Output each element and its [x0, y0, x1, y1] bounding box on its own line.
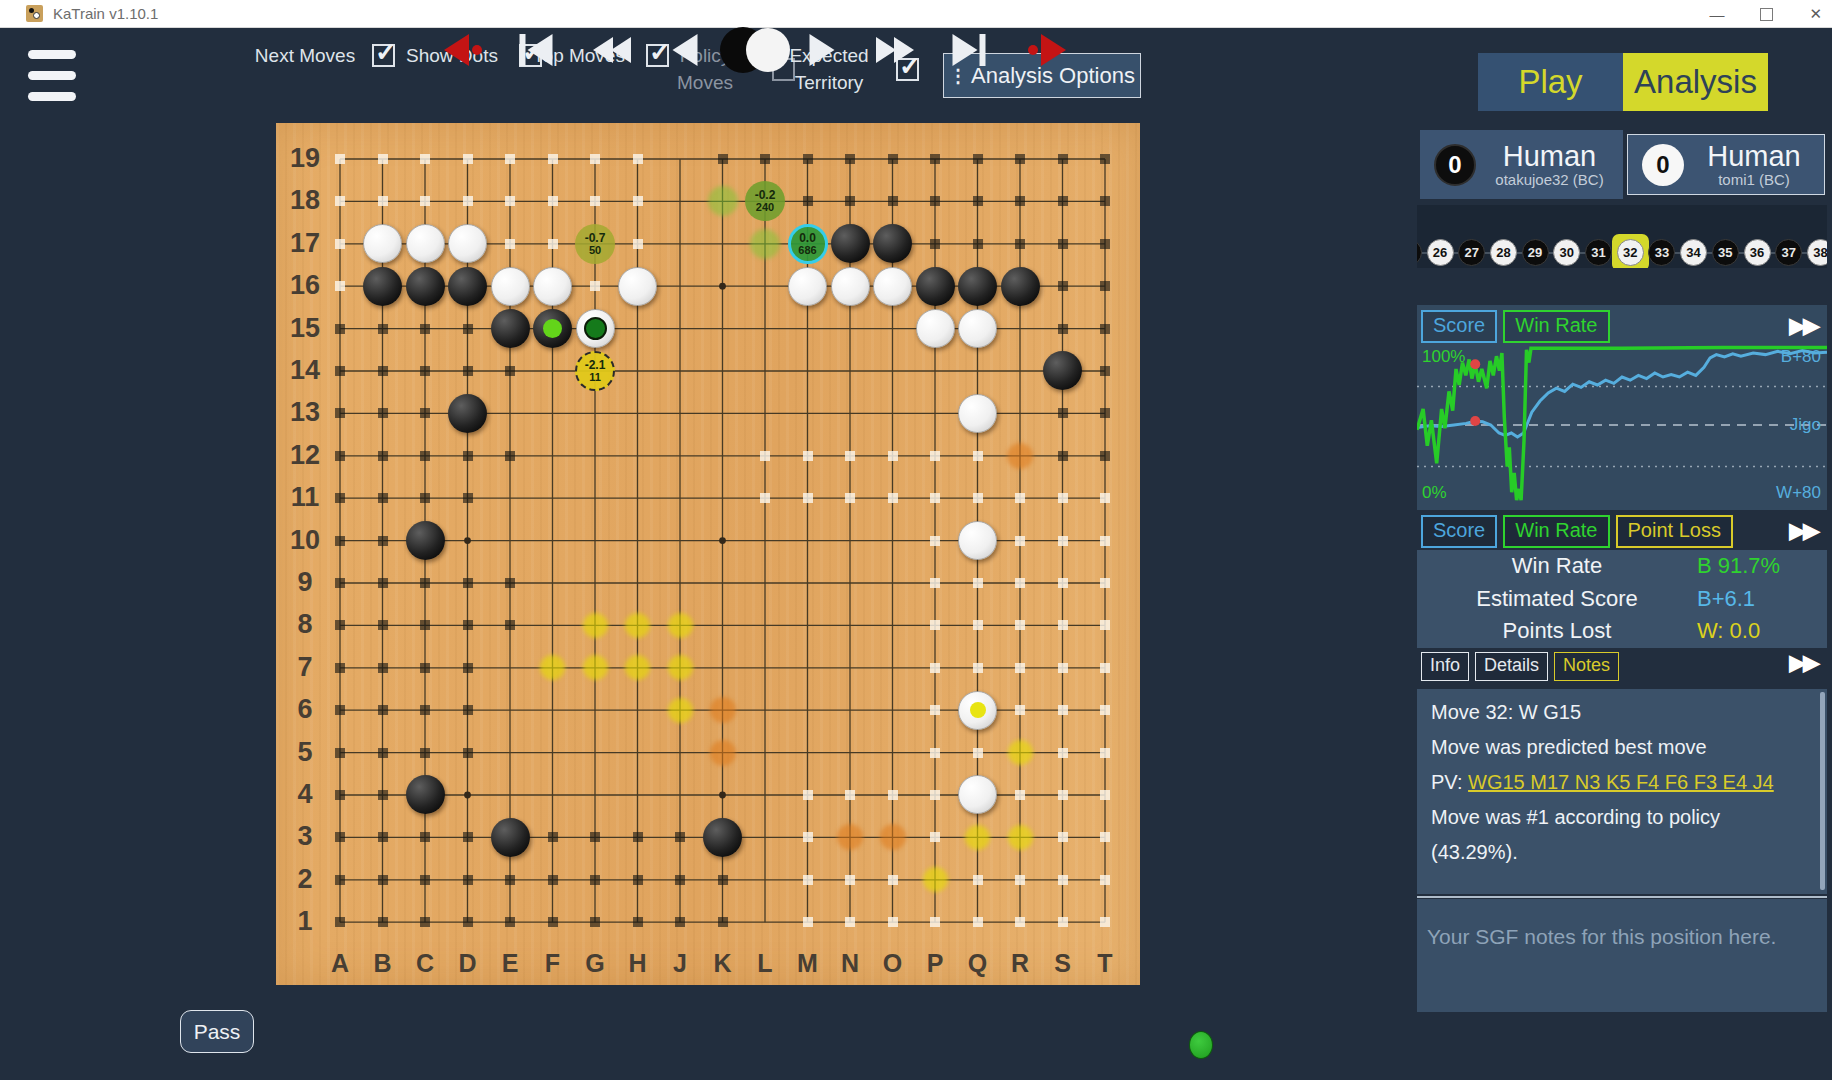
point-E14[interactable]	[489, 350, 532, 392]
point-S8[interactable]	[1041, 604, 1084, 646]
move-37-button[interactable]: 37	[1775, 239, 1802, 266]
point-A7[interactable]	[319, 647, 362, 689]
point-A8[interactable]	[319, 604, 362, 646]
point-P1[interactable]	[914, 901, 957, 943]
point-A1[interactable]	[319, 901, 362, 943]
point-R9[interactable]	[999, 562, 1042, 604]
move-33-button[interactable]: 33	[1648, 239, 1675, 266]
move-25-button[interactable]: 25	[1417, 239, 1422, 266]
point-P11[interactable]	[914, 477, 957, 519]
point-N11[interactable]	[829, 477, 872, 519]
point-G1[interactable]	[574, 901, 617, 943]
point-R4[interactable]	[999, 774, 1042, 816]
black-stone-D13[interactable]	[448, 394, 487, 433]
point-E18[interactable]	[489, 180, 532, 222]
point-N18[interactable]	[829, 180, 872, 222]
point-S4[interactable]	[1041, 774, 1084, 816]
move-26-button[interactable]: 26	[1427, 239, 1454, 266]
black-stone-S14[interactable]	[1043, 351, 1082, 390]
black-stone-O17[interactable]	[873, 224, 912, 263]
point-N12[interactable]	[829, 435, 872, 477]
point-A16[interactable]	[319, 265, 362, 307]
stats-tab-score[interactable]: Score	[1421, 515, 1497, 548]
point-L11[interactable]	[744, 477, 787, 519]
point-T8[interactable]	[1084, 604, 1127, 646]
black-stone-E3[interactable]	[491, 818, 530, 857]
point-D8[interactable]	[446, 604, 489, 646]
next-mistake-button[interactable]	[1028, 28, 1066, 72]
point-C12[interactable]	[404, 435, 447, 477]
point-C15[interactable]	[404, 307, 447, 349]
point-F1[interactable]	[531, 901, 574, 943]
point-L18[interactable]: -0.2240	[744, 180, 787, 222]
point-T10[interactable]	[1084, 519, 1127, 561]
point-K18[interactable]	[701, 180, 744, 222]
black-stone-C16[interactable]	[406, 267, 445, 306]
point-A3[interactable]	[319, 816, 362, 858]
point-H18[interactable]	[616, 180, 659, 222]
point-M11[interactable]	[786, 477, 829, 519]
point-D19[interactable]	[446, 138, 489, 180]
menu-button[interactable]	[28, 50, 76, 108]
point-O2[interactable]	[871, 859, 914, 901]
point-B12[interactable]	[361, 435, 404, 477]
point-T1[interactable]	[1084, 901, 1127, 943]
point-D1[interactable]	[446, 901, 489, 943]
point-A18[interactable]	[319, 180, 362, 222]
point-B2[interactable]	[361, 859, 404, 901]
point-Q13[interactable]	[956, 392, 999, 434]
point-P6[interactable]	[914, 689, 957, 731]
move-34-button[interactable]: 34	[1680, 239, 1707, 266]
point-B17[interactable]	[361, 223, 404, 265]
point-G16[interactable]	[574, 265, 617, 307]
point-T3[interactable]	[1084, 816, 1127, 858]
point-C18[interactable]	[404, 180, 447, 222]
close-icon[interactable]: ✕	[1809, 5, 1822, 23]
point-Q19[interactable]	[956, 138, 999, 180]
expand-graph-icon[interactable]: ▶▶	[1789, 313, 1817, 339]
candidate-move-G14[interactable]: -2.111	[575, 351, 615, 391]
point-D14[interactable]	[446, 350, 489, 392]
point-R5[interactable]	[999, 731, 1042, 773]
point-R6[interactable]	[999, 689, 1042, 731]
point-L12[interactable]	[744, 435, 787, 477]
point-T6[interactable]	[1084, 689, 1127, 731]
point-A10[interactable]	[319, 519, 362, 561]
point-P18[interactable]	[914, 180, 957, 222]
point-R16[interactable]	[999, 265, 1042, 307]
point-H2[interactable]	[616, 859, 659, 901]
point-O4[interactable]	[871, 774, 914, 816]
point-P5[interactable]	[914, 731, 957, 773]
white-stone-Q13[interactable]	[958, 394, 997, 433]
point-T4[interactable]	[1084, 774, 1127, 816]
stats-tab-winrate[interactable]: Win Rate	[1503, 515, 1609, 548]
candidate-move-G17[interactable]: -0.750	[575, 224, 615, 264]
point-Q2[interactable]	[956, 859, 999, 901]
point-H8[interactable]	[616, 604, 659, 646]
point-D18[interactable]	[446, 180, 489, 222]
point-G19[interactable]	[574, 138, 617, 180]
point-F15[interactable]	[531, 307, 574, 349]
player-card-white[interactable]: 0 Human tomi1 (BC)	[1627, 134, 1825, 195]
point-R1[interactable]	[999, 901, 1042, 943]
move-36-button[interactable]: 36	[1744, 239, 1771, 266]
tab-analysis[interactable]: Analysis	[1623, 53, 1768, 111]
point-P7[interactable]	[914, 647, 957, 689]
point-D5[interactable]	[446, 731, 489, 773]
move-31-button[interactable]: 31	[1585, 239, 1612, 266]
point-N3[interactable]	[829, 816, 872, 858]
point-O18[interactable]	[871, 180, 914, 222]
point-O1[interactable]	[871, 901, 914, 943]
point-S6[interactable]	[1041, 689, 1084, 731]
point-M16[interactable]	[786, 265, 829, 307]
point-A13[interactable]	[319, 392, 362, 434]
point-C19[interactable]	[404, 138, 447, 180]
black-stone-B16[interactable]	[363, 267, 402, 306]
point-J7[interactable]	[659, 647, 702, 689]
point-G7[interactable]	[574, 647, 617, 689]
point-L17[interactable]	[744, 223, 787, 265]
point-Q3[interactable]	[956, 816, 999, 858]
point-B13[interactable]	[361, 392, 404, 434]
point-C17[interactable]	[404, 223, 447, 265]
first-move-button[interactable]	[520, 28, 553, 72]
point-M2[interactable]	[786, 859, 829, 901]
point-F16[interactable]	[531, 265, 574, 307]
point-R17[interactable]	[999, 223, 1042, 265]
black-stone-K3[interactable]	[703, 818, 742, 857]
point-H7[interactable]	[616, 647, 659, 689]
point-H17[interactable]	[616, 223, 659, 265]
point-A5[interactable]	[319, 731, 362, 773]
point-E12[interactable]	[489, 435, 532, 477]
point-Q7[interactable]	[956, 647, 999, 689]
point-C8[interactable]	[404, 604, 447, 646]
point-A9[interactable]	[319, 562, 362, 604]
point-G2[interactable]	[574, 859, 617, 901]
point-N1[interactable]	[829, 901, 872, 943]
point-D15[interactable]	[446, 307, 489, 349]
point-N2[interactable]	[829, 859, 872, 901]
point-D3[interactable]	[446, 816, 489, 858]
point-Q8[interactable]	[956, 604, 999, 646]
point-R12[interactable]	[999, 435, 1042, 477]
white-stone-Q6[interactable]	[958, 691, 997, 730]
point-D17[interactable]	[446, 223, 489, 265]
black-stone-D16[interactable]	[448, 267, 487, 306]
point-Q1[interactable]	[956, 901, 999, 943]
point-T13[interactable]	[1084, 392, 1127, 434]
pass-button[interactable]: Pass	[180, 1010, 254, 1053]
move-27-button[interactable]: 27	[1458, 239, 1485, 266]
point-B1[interactable]	[361, 901, 404, 943]
checkbox-icon[interactable]	[372, 44, 395, 67]
point-R11[interactable]	[999, 477, 1042, 519]
point-A14[interactable]	[319, 350, 362, 392]
point-P3[interactable]	[914, 816, 957, 858]
info-tab-notes[interactable]: Notes	[1554, 652, 1619, 681]
white-stone-H16[interactable]	[618, 267, 657, 306]
point-C3[interactable]	[404, 816, 447, 858]
point-F19[interactable]	[531, 138, 574, 180]
white-stone-Q4[interactable]	[958, 775, 997, 814]
point-Q5[interactable]	[956, 731, 999, 773]
point-F18[interactable]	[531, 180, 574, 222]
point-B8[interactable]	[361, 604, 404, 646]
point-E3[interactable]	[489, 816, 532, 858]
point-J6[interactable]	[659, 689, 702, 731]
point-C5[interactable]	[404, 731, 447, 773]
point-F3[interactable]	[531, 816, 574, 858]
point-D2[interactable]	[446, 859, 489, 901]
black-stone-C10[interactable]	[406, 521, 445, 560]
point-Q11[interactable]	[956, 477, 999, 519]
point-M17[interactable]: 0.0686	[786, 223, 829, 265]
point-Q15[interactable]	[956, 307, 999, 349]
point-T19[interactable]	[1084, 138, 1127, 180]
point-R8[interactable]	[999, 604, 1042, 646]
white-stone-C17[interactable]	[406, 224, 445, 263]
point-C13[interactable]	[404, 392, 447, 434]
point-S11[interactable]	[1041, 477, 1084, 519]
black-stone-F15[interactable]	[533, 309, 572, 348]
white-stone-M16[interactable]	[788, 267, 827, 306]
go-board[interactable]: 19181716151413121110987654321ABCDEFGHJKL…	[276, 123, 1140, 985]
point-O12[interactable]	[871, 435, 914, 477]
point-J3[interactable]	[659, 816, 702, 858]
point-B7[interactable]	[361, 647, 404, 689]
point-R2[interactable]	[999, 859, 1042, 901]
point-K3[interactable]	[701, 816, 744, 858]
point-T18[interactable]	[1084, 180, 1127, 222]
point-G18[interactable]	[574, 180, 617, 222]
point-B18[interactable]	[361, 180, 404, 222]
point-T16[interactable]	[1084, 265, 1127, 307]
black-stone-N17[interactable]	[831, 224, 870, 263]
point-Q12[interactable]	[956, 435, 999, 477]
move-35-button[interactable]: 35	[1712, 239, 1739, 266]
white-stone-G15[interactable]	[576, 309, 615, 348]
candidate-move-L18[interactable]: -0.2240	[745, 181, 785, 221]
black-stone-C4[interactable]	[406, 775, 445, 814]
point-A17[interactable]	[319, 223, 362, 265]
fast-back-button[interactable]	[593, 28, 631, 72]
point-Q18[interactable]	[956, 180, 999, 222]
point-E15[interactable]	[489, 307, 532, 349]
point-M4[interactable]	[786, 774, 829, 816]
black-stone-R16[interactable]	[1001, 267, 1040, 306]
move-38-button[interactable]: 38	[1807, 239, 1827, 266]
point-P12[interactable]	[914, 435, 957, 477]
point-G14[interactable]: -2.111	[574, 350, 617, 392]
black-stone-P16[interactable]	[916, 267, 955, 306]
point-N19[interactable]	[829, 138, 872, 180]
point-R7[interactable]	[999, 647, 1042, 689]
point-T7[interactable]	[1084, 647, 1127, 689]
point-S3[interactable]	[1041, 816, 1084, 858]
point-D16[interactable]	[446, 265, 489, 307]
point-T5[interactable]	[1084, 731, 1127, 773]
point-A11[interactable]	[319, 477, 362, 519]
point-G15[interactable]	[574, 307, 617, 349]
tab-play[interactable]: Play	[1478, 53, 1623, 111]
point-A12[interactable]	[319, 435, 362, 477]
point-H16[interactable]	[616, 265, 659, 307]
white-stone-P15[interactable]	[916, 309, 955, 348]
point-S18[interactable]	[1041, 180, 1084, 222]
point-S7[interactable]	[1041, 647, 1084, 689]
white-stone-Q10[interactable]	[958, 521, 997, 560]
point-A4[interactable]	[319, 774, 362, 816]
point-L19[interactable]	[744, 138, 787, 180]
point-B11[interactable]	[361, 477, 404, 519]
point-G17[interactable]: -0.750	[574, 223, 617, 265]
point-S17[interactable]	[1041, 223, 1084, 265]
score-winrate-graph[interactable]	[1417, 345, 1827, 505]
point-C14[interactable]	[404, 350, 447, 392]
point-D7[interactable]	[446, 647, 489, 689]
point-P2[interactable]	[914, 859, 957, 901]
white-stone-F16[interactable]	[533, 267, 572, 306]
move-28-button[interactable]: 28	[1490, 239, 1517, 266]
point-B5[interactable]	[361, 731, 404, 773]
point-B10[interactable]	[361, 519, 404, 561]
point-B6[interactable]	[361, 689, 404, 731]
point-Q10[interactable]	[956, 519, 999, 561]
point-P10[interactable]	[914, 519, 957, 561]
point-P17[interactable]	[914, 223, 957, 265]
point-S19[interactable]	[1041, 138, 1084, 180]
point-B15[interactable]	[361, 307, 404, 349]
fast-forward-button[interactable]	[876, 28, 914, 72]
point-M19[interactable]	[786, 138, 829, 180]
graph-tab-winrate[interactable]: Win Rate	[1503, 310, 1609, 343]
white-stone-E16[interactable]	[491, 267, 530, 306]
info-scrollbar[interactable]	[1820, 692, 1825, 890]
point-S9[interactable]	[1041, 562, 1084, 604]
point-N4[interactable]	[829, 774, 872, 816]
point-M3[interactable]	[786, 816, 829, 858]
point-D9[interactable]	[446, 562, 489, 604]
point-G8[interactable]	[574, 604, 617, 646]
point-T2[interactable]	[1084, 859, 1127, 901]
point-B9[interactable]	[361, 562, 404, 604]
point-R19[interactable]	[999, 138, 1042, 180]
move-32-button[interactable]: 32	[1617, 239, 1644, 266]
point-N17[interactable]	[829, 223, 872, 265]
maximize-icon[interactable]	[1760, 8, 1773, 21]
point-P16[interactable]	[914, 265, 957, 307]
point-A2[interactable]	[319, 859, 362, 901]
expand-stats-icon[interactable]: ▶▶	[1789, 518, 1817, 544]
point-H19[interactable]	[616, 138, 659, 180]
point-D6[interactable]	[446, 689, 489, 731]
white-stone-Q15[interactable]	[958, 309, 997, 348]
point-Q4[interactable]	[956, 774, 999, 816]
white-stone-N16[interactable]	[831, 267, 870, 306]
point-S2[interactable]	[1041, 859, 1084, 901]
black-stone-E15[interactable]	[491, 309, 530, 348]
point-K6[interactable]	[701, 689, 744, 731]
point-J1[interactable]	[659, 901, 702, 943]
forward-button[interactable]	[810, 28, 835, 72]
point-B14[interactable]	[361, 350, 404, 392]
point-E1[interactable]	[489, 901, 532, 943]
point-R18[interactable]	[999, 180, 1042, 222]
point-P15[interactable]	[914, 307, 957, 349]
point-J8[interactable]	[659, 604, 702, 646]
point-S12[interactable]	[1041, 435, 1084, 477]
point-P8[interactable]	[914, 604, 957, 646]
point-F7[interactable]	[531, 647, 574, 689]
point-H1[interactable]	[616, 901, 659, 943]
point-K2[interactable]	[701, 859, 744, 901]
point-S15[interactable]	[1041, 307, 1084, 349]
point-M18[interactable]	[786, 180, 829, 222]
white-stone-O16[interactable]	[873, 267, 912, 306]
point-C9[interactable]	[404, 562, 447, 604]
point-H3[interactable]	[616, 816, 659, 858]
point-O16[interactable]	[871, 265, 914, 307]
point-K19[interactable]	[701, 138, 744, 180]
point-C10[interactable]	[404, 519, 447, 561]
point-D11[interactable]	[446, 477, 489, 519]
point-A6[interactable]	[319, 689, 362, 731]
point-Q6[interactable]	[956, 689, 999, 731]
point-K1[interactable]	[701, 901, 744, 943]
point-O17[interactable]	[871, 223, 914, 265]
point-E17[interactable]	[489, 223, 532, 265]
point-P19[interactable]	[914, 138, 957, 180]
move-29-button[interactable]: 29	[1522, 239, 1549, 266]
graph-tab-score[interactable]: Score	[1421, 310, 1497, 343]
point-T17[interactable]	[1084, 223, 1127, 265]
point-C6[interactable]	[404, 689, 447, 731]
point-S13[interactable]	[1041, 392, 1084, 434]
info-tab-info[interactable]: Info	[1421, 652, 1469, 681]
point-P4[interactable]	[914, 774, 957, 816]
point-Q16[interactable]	[956, 265, 999, 307]
point-M1[interactable]	[786, 901, 829, 943]
point-T12[interactable]	[1084, 435, 1127, 477]
black-stone-Q16[interactable]	[958, 267, 997, 306]
point-A19[interactable]	[319, 138, 362, 180]
point-B4[interactable]	[361, 774, 404, 816]
current-position-indicator[interactable]	[720, 28, 788, 72]
point-T15[interactable]	[1084, 307, 1127, 349]
white-stone-B17[interactable]	[363, 224, 402, 263]
player-card-black[interactable]: 0 Human otakujoe32 (BC)	[1420, 130, 1623, 199]
sgf-notes-area[interactable]: Your SGF notes for this position here.	[1417, 899, 1827, 1012]
point-K5[interactable]	[701, 731, 744, 773]
point-S16[interactable]	[1041, 265, 1084, 307]
point-Q17[interactable]	[956, 223, 999, 265]
point-Q9[interactable]	[956, 562, 999, 604]
pv-link[interactable]: WG15 M17 N3 K5 F4 F6 F3 E4 J4	[1468, 771, 1774, 793]
point-M12[interactable]	[786, 435, 829, 477]
point-B3[interactable]	[361, 816, 404, 858]
white-stone-D17[interactable]	[448, 224, 487, 263]
point-C2[interactable]	[404, 859, 447, 901]
point-S1[interactable]	[1041, 901, 1084, 943]
point-S10[interactable]	[1041, 519, 1084, 561]
last-move-button[interactable]	[953, 28, 986, 72]
point-J2[interactable]	[659, 859, 702, 901]
stats-tab-pointloss[interactable]: Point Loss	[1616, 515, 1733, 548]
